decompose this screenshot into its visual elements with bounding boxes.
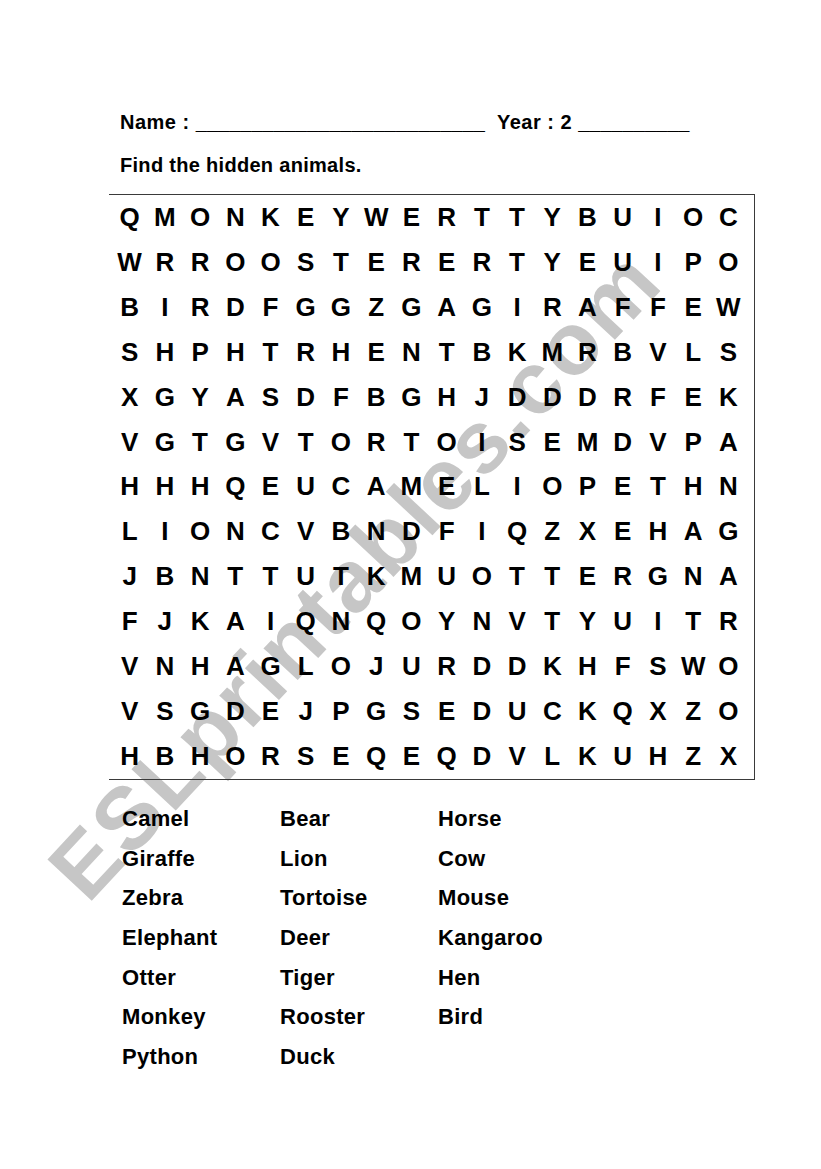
grid-cell: E <box>323 734 358 779</box>
word-item: Cow <box>438 839 596 879</box>
word-item: Camel <box>122 799 280 839</box>
grid-cell: V <box>253 420 288 465</box>
grid-cell: D <box>464 644 499 689</box>
grid-cell: X <box>112 375 147 420</box>
word-item: Duck <box>280 1037 438 1077</box>
grid-cell: Y <box>429 599 464 644</box>
grid-cell: U <box>429 554 464 599</box>
grid-cell: J <box>288 689 323 734</box>
grid-cell: B <box>147 554 182 599</box>
grid-cell: P <box>182 330 217 375</box>
grid-cell: X <box>711 734 746 779</box>
grid-cell: N <box>394 330 429 375</box>
grid-cell: K <box>535 644 570 689</box>
word-item: Otter <box>122 958 280 998</box>
grid-cell: H <box>182 734 217 779</box>
word-item: Monkey <box>122 997 280 1037</box>
grid-cell: D <box>218 285 253 330</box>
grid-cell: S <box>112 330 147 375</box>
grid-cell: R <box>182 285 217 330</box>
grid-cell: B <box>570 195 605 240</box>
grid-cell: X <box>640 689 675 734</box>
grid-cell: B <box>464 330 499 375</box>
word-item: Zebra <box>122 878 280 918</box>
grid-cell: I <box>499 465 534 510</box>
grid-cell: D <box>288 375 323 420</box>
grid-cell: D <box>499 375 534 420</box>
grid-cell: T <box>535 554 570 599</box>
word-item: Tortoise <box>280 878 438 918</box>
grid-cell: A <box>218 599 253 644</box>
grid-cell: O <box>676 195 711 240</box>
grid-cell: Z <box>676 734 711 779</box>
grid-cell: F <box>605 285 640 330</box>
grid-cell: G <box>147 375 182 420</box>
grid-cell: V <box>112 420 147 465</box>
grid-cell: N <box>147 644 182 689</box>
grid-cell: A <box>359 465 394 510</box>
grid-cell: L <box>112 509 147 554</box>
grid-cell: X <box>570 509 605 554</box>
grid-cell: W <box>112 240 147 285</box>
word-item: Bird <box>438 997 596 1037</box>
grid-cell: Y <box>570 599 605 644</box>
grid-cell: E <box>288 195 323 240</box>
grid-cell: G <box>359 689 394 734</box>
grid-cell: R <box>605 554 640 599</box>
grid-cell: P <box>323 689 358 734</box>
grid-cell: E <box>570 240 605 285</box>
grid-cell: Q <box>499 509 534 554</box>
grid-cell: D <box>464 734 499 779</box>
grid-cell: K <box>253 195 288 240</box>
grid-cell: R <box>359 420 394 465</box>
grid-cell: R <box>429 644 464 689</box>
word-item: Tiger <box>280 958 438 998</box>
grid-cell: B <box>359 375 394 420</box>
grid-cell: W <box>711 285 746 330</box>
grid-cell: A <box>570 285 605 330</box>
grid-cell: A <box>429 285 464 330</box>
grid-cell: N <box>218 509 253 554</box>
grid-cell: B <box>605 330 640 375</box>
grid-cell: G <box>711 509 746 554</box>
grid-cell: D <box>570 375 605 420</box>
grid-cell: Z <box>535 509 570 554</box>
grid-cell: N <box>464 599 499 644</box>
grid-cell: H <box>323 330 358 375</box>
grid-cell: Y <box>323 195 358 240</box>
grid-cell: G <box>182 689 217 734</box>
grid-cell: V <box>640 330 675 375</box>
grid-cell: K <box>182 599 217 644</box>
grid-cell: M <box>394 554 429 599</box>
grid-cell: V <box>499 599 534 644</box>
grid-cell: T <box>182 420 217 465</box>
grid-cell: D <box>499 644 534 689</box>
grid-cell: F <box>112 599 147 644</box>
grid-cell: O <box>218 734 253 779</box>
grid-cell: H <box>676 465 711 510</box>
grid-cell: R <box>570 330 605 375</box>
grid-cell: P <box>676 420 711 465</box>
word-list-column: HorseCowMouseKangarooHenBird <box>438 799 596 1077</box>
grid-cell: O <box>182 195 217 240</box>
grid-cell: O <box>182 509 217 554</box>
word-item: Mouse <box>438 878 596 918</box>
word-item: Giraffe <box>122 839 280 879</box>
grid-cell: E <box>253 465 288 510</box>
grid-cell: J <box>359 644 394 689</box>
grid-cell: A <box>676 509 711 554</box>
grid-cell: F <box>640 285 675 330</box>
page-title: Find the hidden animals. <box>120 154 362 177</box>
grid-cell: R <box>288 330 323 375</box>
year-label: Year : 2 <box>497 111 572 133</box>
grid-cell: U <box>605 734 640 779</box>
grid-cell: T <box>640 465 675 510</box>
grid-cell: E <box>429 689 464 734</box>
grid-cell: Y <box>535 240 570 285</box>
grid-cell: O <box>253 240 288 285</box>
grid-cell: I <box>147 509 182 554</box>
grid-cell: D <box>605 420 640 465</box>
grid-cell: O <box>711 644 746 689</box>
grid-cell: B <box>112 285 147 330</box>
grid-cell: E <box>394 734 429 779</box>
grid-cell: K <box>570 689 605 734</box>
word-item: Python <box>122 1037 280 1077</box>
grid-cell: H <box>112 465 147 510</box>
grid-cell: R <box>182 240 217 285</box>
grid-cell: K <box>570 734 605 779</box>
grid-cell: F <box>640 375 675 420</box>
grid-cell: N <box>676 554 711 599</box>
grid-cell: B <box>323 509 358 554</box>
grid-cell: B <box>147 734 182 779</box>
grid-cell: H <box>429 375 464 420</box>
name-blank: __________________________ <box>196 111 485 133</box>
grid-cell: V <box>640 420 675 465</box>
grid-cell: E <box>605 509 640 554</box>
name-label: Name : <box>120 111 190 133</box>
grid-cell: N <box>323 599 358 644</box>
grid-cell: F <box>605 644 640 689</box>
grid-cell: T <box>218 554 253 599</box>
grid-cell: S <box>499 420 534 465</box>
grid-cell: Q <box>429 734 464 779</box>
grid-cell: Y <box>535 195 570 240</box>
grid-cell: S <box>253 375 288 420</box>
grid-cell: Q <box>112 195 147 240</box>
grid-cell: Q <box>605 689 640 734</box>
grid-cell: U <box>605 195 640 240</box>
grid-cell: E <box>253 689 288 734</box>
grid-cell: S <box>147 689 182 734</box>
grid-cell: S <box>288 240 323 285</box>
grid-cell: S <box>640 644 675 689</box>
grid-cell: O <box>218 240 253 285</box>
word-item: Horse <box>438 799 596 839</box>
grid-cell: J <box>147 599 182 644</box>
grid-cell: D <box>535 375 570 420</box>
grid-cell: R <box>147 240 182 285</box>
grid-cell: L <box>676 330 711 375</box>
grid-cell: O <box>711 689 746 734</box>
grid-cell: E <box>535 420 570 465</box>
grid-cell: C <box>535 689 570 734</box>
grid-cell: H <box>182 465 217 510</box>
grid-cell: N <box>359 509 394 554</box>
grid-cell: I <box>499 285 534 330</box>
grid-cell: U <box>288 465 323 510</box>
grid-cell: T <box>535 599 570 644</box>
grid-cell: Q <box>359 599 394 644</box>
word-list-column: CamelGiraffeZebraElephantOtterMonkeyPyth… <box>122 799 280 1077</box>
grid-cell: O <box>429 420 464 465</box>
grid-cell: M <box>147 195 182 240</box>
year-blank: __________ <box>578 111 689 133</box>
grid-cell: T <box>253 330 288 375</box>
grid-cell: U <box>605 240 640 285</box>
grid-cell: I <box>464 420 499 465</box>
grid-cell: E <box>676 375 711 420</box>
word-item: Rooster <box>280 997 438 1037</box>
grid-cell: E <box>429 240 464 285</box>
grid-cell: V <box>112 644 147 689</box>
grid-cell: C <box>253 509 288 554</box>
grid-cell: I <box>640 240 675 285</box>
grid-cell: T <box>429 330 464 375</box>
grid-cell: U <box>394 644 429 689</box>
grid-cell: H <box>640 734 675 779</box>
word-item: Elephant <box>122 918 280 958</box>
grid-cell: M <box>394 465 429 510</box>
grid-cell: G <box>218 420 253 465</box>
grid-cell: T <box>676 599 711 644</box>
grid-cell: F <box>253 285 288 330</box>
grid-cell: I <box>147 285 182 330</box>
grid-cell: W <box>359 195 394 240</box>
grid-cell: H <box>147 330 182 375</box>
grid-cell: S <box>394 689 429 734</box>
word-item: Deer <box>280 918 438 958</box>
grid-cell: W <box>676 644 711 689</box>
grid-cell: D <box>218 689 253 734</box>
name-year-line: Name : __________________________Year : … <box>120 111 689 134</box>
grid-cell: U <box>605 599 640 644</box>
grid-cell: V <box>288 509 323 554</box>
grid-cell: L <box>288 644 323 689</box>
grid-cell: V <box>499 734 534 779</box>
word-list: CamelGiraffeZebraElephantOtterMonkeyPyth… <box>122 799 596 1077</box>
grid-cell: N <box>218 195 253 240</box>
grid-cell: K <box>359 554 394 599</box>
grid-cell: G <box>640 554 675 599</box>
grid-cell: D <box>394 509 429 554</box>
grid-cell: E <box>605 465 640 510</box>
grid-cell: G <box>288 285 323 330</box>
grid-cell: T <box>499 240 534 285</box>
grid-cell: E <box>359 330 394 375</box>
grid-cell: F <box>323 375 358 420</box>
grid-cell: O <box>464 554 499 599</box>
grid-cell: H <box>218 330 253 375</box>
grid-cell: Z <box>676 689 711 734</box>
grid-cell: I <box>464 509 499 554</box>
grid-cell: A <box>711 554 746 599</box>
word-item: Bear <box>280 799 438 839</box>
grid-cell: S <box>288 734 323 779</box>
grid-cell: R <box>464 240 499 285</box>
grid-cell: Q <box>288 599 323 644</box>
grid-cell: H <box>112 734 147 779</box>
grid-cell: T <box>499 195 534 240</box>
grid-cell: E <box>676 285 711 330</box>
grid-cell: H <box>182 644 217 689</box>
grid-cell: E <box>394 195 429 240</box>
grid-cell: I <box>640 599 675 644</box>
grid-cell: J <box>464 375 499 420</box>
grid-cell: N <box>711 465 746 510</box>
grid-cell: T <box>288 420 323 465</box>
grid-cell: T <box>464 195 499 240</box>
grid-cell: H <box>570 644 605 689</box>
grid-cell: A <box>218 644 253 689</box>
grid-cell: I <box>640 195 675 240</box>
grid-cell: T <box>499 554 534 599</box>
grid-cell: R <box>605 375 640 420</box>
grid-cell: O <box>323 420 358 465</box>
grid-cell: R <box>429 195 464 240</box>
grid-cell: O <box>711 240 746 285</box>
grid-cell: R <box>535 285 570 330</box>
grid-cell: K <box>711 375 746 420</box>
word-search-grid: QMONKEYWERTTYBUIOCWRROOSTERERTYEUIPOBIRD… <box>109 194 755 780</box>
grid-cell: P <box>676 240 711 285</box>
grid-cell: O <box>323 644 358 689</box>
grid-cell: E <box>359 240 394 285</box>
grid-cell: H <box>147 465 182 510</box>
grid-cell: E <box>570 554 605 599</box>
grid-cell: C <box>711 195 746 240</box>
grid-cell: T <box>253 554 288 599</box>
word-list-column: BearLionTortoiseDeerTigerRoosterDuck <box>280 799 438 1077</box>
grid-cell: K <box>499 330 534 375</box>
grid-cell: V <box>112 689 147 734</box>
grid-cell: J <box>112 554 147 599</box>
grid-cell: A <box>218 375 253 420</box>
grid-cell: G <box>394 375 429 420</box>
grid-cell: P <box>570 465 605 510</box>
grid-cell: G <box>394 285 429 330</box>
word-item: Hen <box>438 958 596 998</box>
grid-cell: R <box>394 240 429 285</box>
grid-cell: I <box>253 599 288 644</box>
grid-cell: U <box>499 689 534 734</box>
grid-cell: F <box>429 509 464 554</box>
grid-cell: L <box>464 465 499 510</box>
grid-cell: L <box>535 734 570 779</box>
grid-cell: O <box>535 465 570 510</box>
word-item: Lion <box>280 839 438 879</box>
grid-cell: Z <box>359 285 394 330</box>
grid-cell: T <box>394 420 429 465</box>
grid-cell: T <box>323 240 358 285</box>
grid-cell: Q <box>218 465 253 510</box>
grid-cell: G <box>323 285 358 330</box>
grid-cell: G <box>147 420 182 465</box>
grid-cell: O <box>394 599 429 644</box>
grid-cell: M <box>535 330 570 375</box>
grid-cell: G <box>464 285 499 330</box>
grid-cell: R <box>253 734 288 779</box>
worksheet-page: ESLprintables.com Name : _______________… <box>0 0 821 1169</box>
grid-cell: S <box>711 330 746 375</box>
grid-cell: T <box>323 554 358 599</box>
grid-cell: G <box>253 644 288 689</box>
grid-cell: Q <box>359 734 394 779</box>
grid-cell: E <box>429 465 464 510</box>
grid-cell: R <box>711 599 746 644</box>
grid-cell: Y <box>182 375 217 420</box>
grid-cell: A <box>711 420 746 465</box>
grid-cell: M <box>570 420 605 465</box>
grid-cell: N <box>182 554 217 599</box>
grid-cell: D <box>464 689 499 734</box>
grid-cell: C <box>323 465 358 510</box>
grid-cell: H <box>640 509 675 554</box>
word-item: Kangaroo <box>438 918 596 958</box>
grid-cell: U <box>288 554 323 599</box>
